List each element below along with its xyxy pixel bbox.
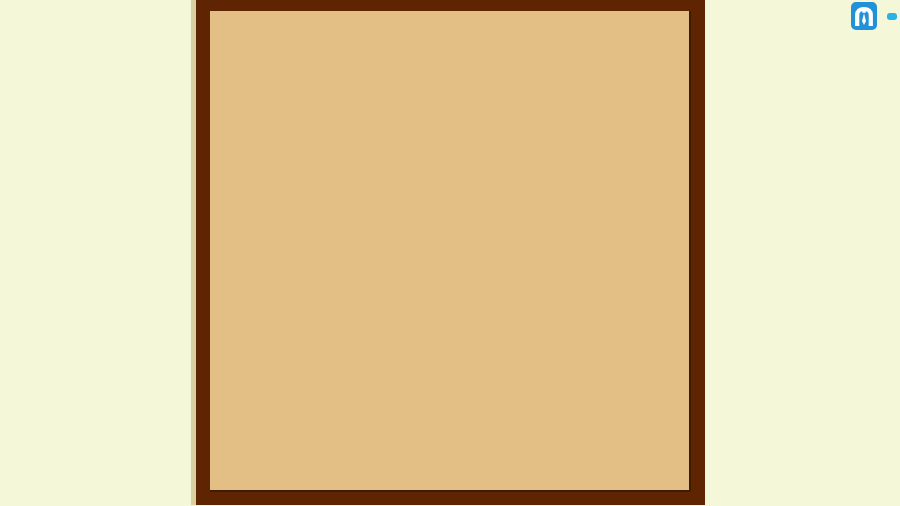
chess-board	[210, 11, 691, 492]
chess-board-frame	[191, 0, 705, 505]
person-tie-icon	[851, 2, 877, 30]
chess-board-grid	[210, 11, 689, 490]
logo-live-badge	[887, 13, 897, 20]
fresherslive-logo[interactable]	[851, 2, 897, 30]
